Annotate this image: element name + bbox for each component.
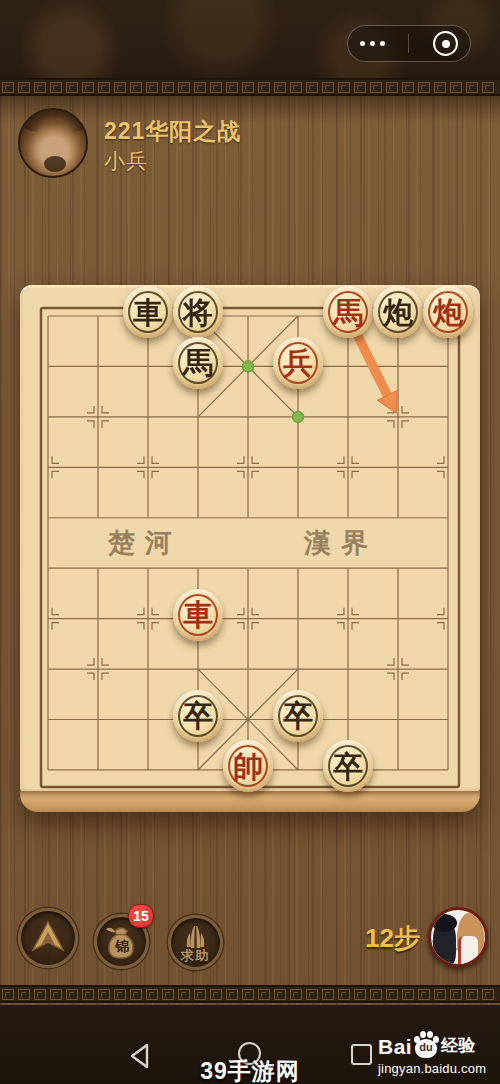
hint-bag-label: 锦	[108, 938, 136, 956]
baidu-du-text: du	[419, 1041, 432, 1053]
nav-recents-icon[interactable]	[351, 1044, 372, 1065]
baidu-paw-icon: du	[413, 1030, 440, 1059]
collapse-menu-button[interactable]	[18, 908, 78, 968]
piece-black-horse[interactable]: 馬	[173, 337, 223, 389]
more-menu-icon[interactable]	[360, 41, 385, 46]
piece-black-soldier[interactable]: 卒	[273, 690, 323, 742]
mountain-arrow-icon	[21, 911, 75, 965]
player-avatar	[428, 907, 488, 967]
baidu-bai-text: Bai	[378, 1035, 412, 1059]
meander-band-top	[0, 78, 500, 96]
app-screen: 221华阳之战 小兵 楚河 漢界 車将馬炮炮馬兵車卒卒帥卒 锦 15 求助	[0, 0, 500, 1084]
rank-label: 小兵	[104, 147, 148, 175]
exit-target-icon[interactable]	[433, 31, 458, 56]
capsule-divider	[408, 34, 409, 53]
watermark: 39手游网	[200, 1056, 300, 1084]
nav-back-icon[interactable]	[128, 1043, 150, 1069]
page-title: 221华阳之战	[104, 116, 241, 147]
piece-black-soldier[interactable]: 卒	[173, 690, 223, 742]
piece-red-horse[interactable]: 馬	[323, 286, 373, 338]
piece-red-general[interactable]: 帥	[223, 740, 273, 792]
piece-black-cannon[interactable]: 炮	[373, 286, 423, 338]
avatar	[18, 108, 88, 178]
move-counter: 12步	[330, 921, 420, 956]
piece-black-chariot[interactable]: 車	[123, 286, 173, 338]
piece-red-soldier[interactable]: 兵	[273, 337, 323, 389]
piece-black-soldier[interactable]: 卒	[323, 740, 373, 792]
meander-band-bottom	[0, 985, 500, 1003]
miniprogram-capsule	[347, 25, 471, 62]
piece-grid[interactable]: 車将馬炮炮馬兵車卒卒帥卒	[23, 291, 473, 795]
piece-red-chariot[interactable]: 車	[173, 589, 223, 641]
baidu-jingyan-logo: Bai du 经验 jingyan.baidu.com	[378, 1029, 496, 1076]
baidu-suffix-text: 经验	[441, 1034, 475, 1057]
piece-red-cannon[interactable]: 炮	[423, 286, 473, 338]
baidu-url: jingyan.baidu.com	[378, 1061, 496, 1076]
ask-help-label: 求助	[168, 947, 223, 965]
hint-count-badge: 15	[128, 904, 154, 928]
xiangqi-board[interactable]: 楚河 漢界 車将馬炮炮馬兵車卒卒帥卒	[20, 285, 480, 812]
piece-black-general[interactable]: 将	[173, 286, 223, 338]
